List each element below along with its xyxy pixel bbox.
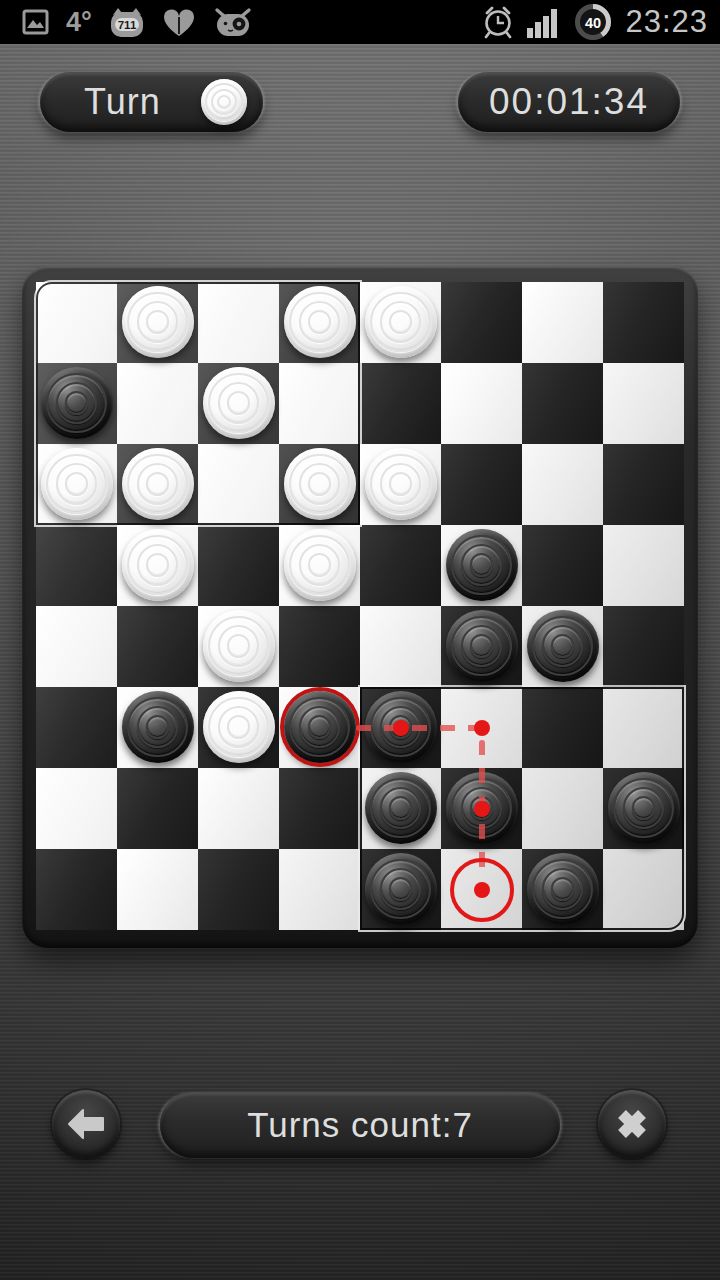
square-r5c1[interactable] [36, 606, 117, 687]
square-r1c8[interactable] [603, 282, 684, 363]
white-piece[interactable] [203, 691, 275, 763]
timer-value: 00:01:34 [489, 81, 649, 123]
temperature-label: 4° [66, 7, 92, 38]
white-piece[interactable] [122, 286, 194, 358]
signal-strength-icon [527, 7, 561, 38]
turns-count-label: Turns count:7 [247, 1105, 473, 1145]
square-r7c4[interactable] [279, 768, 360, 849]
square-r7c1[interactable] [36, 768, 117, 849]
white-piece[interactable] [284, 286, 356, 358]
white-piece[interactable] [122, 448, 194, 520]
white-piece[interactable] [122, 529, 194, 601]
turns-count-pill: Turns count:7 [160, 1092, 560, 1158]
white-piece[interactable] [365, 448, 437, 520]
black-piece[interactable] [608, 772, 680, 844]
white-piece[interactable] [203, 610, 275, 682]
alarm-clock-icon [480, 4, 516, 40]
black-piece[interactable] [365, 853, 437, 925]
black-piece[interactable] [41, 367, 113, 439]
white-piece[interactable] [365, 286, 437, 358]
black-piece[interactable] [527, 853, 599, 925]
square-r7c3[interactable] [198, 768, 279, 849]
square-r5c2[interactable] [117, 606, 198, 687]
notification-badge: 711 [109, 7, 145, 38]
status-bar: 4° 711 [0, 0, 720, 44]
checkers-board[interactable] [36, 282, 684, 930]
move-waypoint-dot [393, 720, 409, 736]
black-piece[interactable] [365, 772, 437, 844]
square-r5c8[interactable] [603, 606, 684, 687]
heart-icon [162, 7, 196, 37]
cyanogen-icon [213, 7, 253, 38]
black-piece[interactable] [527, 610, 599, 682]
square-r1c6[interactable] [441, 282, 522, 363]
status-left-icons: 4° 711 [8, 7, 253, 38]
square-r1c7[interactable] [522, 282, 603, 363]
square-r7c2[interactable] [117, 768, 198, 849]
black-piece[interactable] [446, 529, 518, 601]
move-target-circle [450, 858, 514, 922]
gallery-icon [22, 8, 49, 36]
white-piece[interactable] [203, 367, 275, 439]
turn-label: Turn [84, 81, 161, 123]
square-r8c3[interactable] [198, 849, 279, 930]
status-right-icons: 40 23:23 [480, 1, 712, 43]
black-piece[interactable] [446, 610, 518, 682]
square-r4c3[interactable] [198, 525, 279, 606]
square-r8c2[interactable] [117, 849, 198, 930]
square-r2c8[interactable] [603, 363, 684, 444]
close-button[interactable] [598, 1090, 666, 1158]
white-piece[interactable] [284, 448, 356, 520]
square-r4c1[interactable] [36, 525, 117, 606]
square-r2c7[interactable] [522, 363, 603, 444]
square-r3c6[interactable] [441, 444, 522, 525]
square-r2c5[interactable] [360, 363, 441, 444]
close-x-icon [614, 1106, 650, 1142]
board-frame [22, 266, 698, 948]
square-r4c5[interactable] [360, 525, 441, 606]
turn-piece-icon [201, 79, 247, 125]
square-r2c6[interactable] [441, 363, 522, 444]
square-r8c1[interactable] [36, 849, 117, 930]
square-r3c7[interactable] [522, 444, 603, 525]
square-r4c7[interactable] [522, 525, 603, 606]
move-waypoint-dot [474, 720, 490, 736]
move-path-horizontal [356, 725, 488, 731]
back-arrow-icon [67, 1108, 105, 1140]
square-r3c8[interactable] [603, 444, 684, 525]
battery-circle-icon: 40 [572, 1, 614, 43]
svg-text:711: 711 [118, 18, 137, 30]
square-r4c8[interactable] [603, 525, 684, 606]
white-piece[interactable] [284, 529, 356, 601]
status-clock: 23:23 [625, 4, 708, 40]
white-piece[interactable] [41, 448, 113, 520]
square-r8c4[interactable] [279, 849, 360, 930]
black-piece-selected[interactable] [284, 691, 356, 763]
undo-back-button[interactable] [52, 1090, 120, 1158]
svg-text:40: 40 [585, 15, 601, 31]
game-timer-pill: 00:01:34 [458, 72, 680, 132]
black-piece[interactable] [122, 691, 194, 763]
square-r5c4[interactable] [279, 606, 360, 687]
square-r6c1[interactable] [36, 687, 117, 768]
screen: 4° 711 [0, 0, 720, 1280]
square-r5c5[interactable] [360, 606, 441, 687]
turn-indicator-pill: Turn [40, 72, 263, 132]
move-waypoint-dot [474, 801, 490, 817]
